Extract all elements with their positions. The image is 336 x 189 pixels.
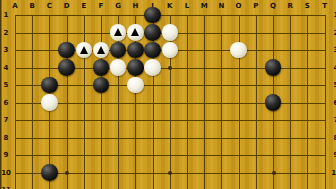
- stone-white-C6[interactable]: [41, 94, 58, 111]
- row-label-left: 7: [0, 116, 12, 124]
- row-label-left: 11: [0, 186, 12, 189]
- column-label: R: [283, 2, 297, 10]
- row-label-left: 2: [0, 29, 12, 37]
- column-label: P: [249, 2, 263, 10]
- column-label: C: [42, 2, 56, 10]
- triangle-mark: [131, 28, 139, 36]
- column-label: L: [180, 2, 194, 10]
- column-label: Q: [266, 2, 280, 10]
- column-label: G: [111, 2, 125, 10]
- grid-line-horizontal: [15, 155, 326, 156]
- stone-black-J1[interactable]: [144, 7, 161, 24]
- stone-black-C10[interactable]: [41, 164, 58, 181]
- stone-white-G2[interactable]: [110, 24, 127, 41]
- triangle-mark: [114, 28, 122, 36]
- row-label-right: 8: [329, 134, 336, 142]
- row-label-left: 4: [0, 64, 12, 72]
- star-point: [272, 171, 276, 175]
- stone-black-Q6[interactable]: [265, 94, 282, 111]
- stone-white-K2[interactable]: [162, 24, 179, 41]
- grid-line-horizontal: [15, 85, 326, 86]
- grid-line-horizontal: [15, 120, 326, 121]
- stone-black-J3[interactable]: [144, 42, 161, 59]
- stone-black-H4[interactable]: [127, 59, 144, 76]
- triangle-mark: [97, 46, 105, 54]
- row-label-left: 5: [0, 81, 12, 89]
- stone-white-H2[interactable]: [127, 24, 144, 41]
- stone-white-H5[interactable]: [127, 77, 144, 94]
- row-label-right: 10: [329, 169, 336, 177]
- row-label-left: 8: [0, 134, 12, 142]
- stone-black-D4[interactable]: [58, 59, 75, 76]
- stone-black-J2[interactable]: [144, 24, 161, 41]
- row-label-right: 1: [329, 11, 336, 19]
- row-label-right: 5: [329, 81, 336, 89]
- column-label: N: [214, 2, 228, 10]
- stone-black-C5[interactable]: [41, 77, 58, 94]
- column-label: S: [300, 2, 314, 10]
- stone-black-H3[interactable]: [127, 42, 144, 59]
- column-label: D: [60, 2, 74, 10]
- column-label: E: [77, 2, 91, 10]
- row-label-left: 6: [0, 99, 12, 107]
- column-label: M: [197, 2, 211, 10]
- stone-black-Q4[interactable]: [265, 59, 282, 76]
- row-label-right: 6: [329, 99, 336, 107]
- stone-white-J4[interactable]: [144, 59, 161, 76]
- column-label: H: [128, 2, 142, 10]
- grid-line-horizontal: [15, 15, 326, 16]
- column-label: A: [8, 2, 22, 10]
- triangle-mark: [80, 46, 88, 54]
- row-label-left: 10: [0, 169, 12, 177]
- column-label: B: [25, 2, 39, 10]
- stone-black-D3[interactable]: [58, 42, 75, 59]
- go-board-screenshot: ABCDEFGHJKLMNOPQRST123456789101112345678…: [0, 0, 336, 189]
- row-label-right: 3: [329, 46, 336, 54]
- column-label: F: [94, 2, 108, 10]
- row-label-right: 2: [329, 29, 336, 37]
- column-label: K: [163, 2, 177, 10]
- grid-line-horizontal: [15, 138, 326, 139]
- row-label-right: 9: [329, 151, 336, 159]
- column-label: O: [232, 2, 246, 10]
- stone-black-F4[interactable]: [93, 59, 110, 76]
- row-label-left: 9: [0, 151, 12, 159]
- row-label-left: 3: [0, 46, 12, 54]
- stone-white-O3[interactable]: [230, 42, 247, 59]
- stone-white-G4[interactable]: [110, 59, 127, 76]
- row-label-right: 4: [329, 64, 336, 72]
- column-label: T: [318, 2, 332, 10]
- row-label-left: 1: [0, 11, 12, 19]
- row-label-right: 7: [329, 116, 336, 124]
